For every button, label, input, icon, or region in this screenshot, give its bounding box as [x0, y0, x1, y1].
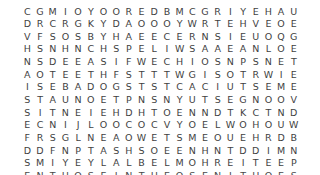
- grid-cell[interactable]: L: [211, 119, 224, 132]
- grid-cell[interactable]: H: [135, 106, 148, 119]
- grid-cell[interactable]: O: [84, 93, 97, 106]
- grid-cell[interactable]: A: [84, 56, 97, 69]
- grid-cell[interactable]: F: [110, 68, 123, 81]
- grid-cell[interactable]: N: [46, 43, 59, 56]
- grid-cell[interactable]: D: [46, 56, 59, 69]
- grid-cell[interactable]: L: [161, 157, 174, 170]
- grid-cell[interactable]: E: [237, 131, 250, 144]
- grid-cell[interactable]: W: [287, 119, 300, 132]
- grid-cell[interactable]: O: [211, 131, 224, 144]
- grid-cell[interactable]: T: [249, 157, 262, 170]
- grid-cell[interactable]: D: [34, 144, 47, 157]
- grid-cell[interactable]: P: [123, 43, 136, 56]
- grid-cell[interactable]: A: [72, 81, 85, 94]
- grid-cell[interactable]: H: [249, 169, 262, 175]
- grid-cell[interactable]: S: [173, 131, 186, 144]
- grid-cell[interactable]: Y: [97, 30, 110, 43]
- grid-cell[interactable]: N: [211, 169, 224, 175]
- grid-cell[interactable]: O: [224, 68, 237, 81]
- grid-cell[interactable]: A: [186, 81, 199, 94]
- grid-cell[interactable]: T: [237, 81, 250, 94]
- grid-cell[interactable]: T: [46, 68, 59, 81]
- grid-cell[interactable]: H: [237, 18, 250, 31]
- grid-cell[interactable]: N: [34, 169, 47, 175]
- grid-cell[interactable]: H: [21, 43, 34, 56]
- grid-cell[interactable]: M: [173, 5, 186, 18]
- grid-cell[interactable]: A: [123, 30, 136, 43]
- grid-cell[interactable]: O: [275, 93, 288, 106]
- grid-cell[interactable]: L: [97, 157, 110, 170]
- grid-cell[interactable]: L: [148, 43, 161, 56]
- grid-cell[interactable]: H: [97, 43, 110, 56]
- grid-cell[interactable]: S: [211, 93, 224, 106]
- grid-cell[interactable]: R: [262, 131, 275, 144]
- grid-cell[interactable]: I: [275, 68, 288, 81]
- grid-cell[interactable]: S: [123, 68, 136, 81]
- grid-cell[interactable]: E: [72, 106, 85, 119]
- grid-cell[interactable]: D: [275, 131, 288, 144]
- grid-cell[interactable]: E: [199, 169, 212, 175]
- grid-cell[interactable]: O: [135, 119, 148, 132]
- grid-cell[interactable]: H: [262, 5, 275, 18]
- grid-cell[interactable]: T: [34, 93, 47, 106]
- grid-cell[interactable]: N: [262, 56, 275, 69]
- grid-cell[interactable]: I: [199, 68, 212, 81]
- grid-cell[interactable]: A: [275, 5, 288, 18]
- grid-cell[interactable]: N: [161, 93, 174, 106]
- grid-cell[interactable]: R: [249, 68, 262, 81]
- grid-cell[interactable]: F: [46, 144, 59, 157]
- grid-cell[interactable]: V: [249, 18, 262, 31]
- grid-cell[interactable]: N: [249, 93, 262, 106]
- grid-cell[interactable]: J: [72, 119, 85, 132]
- grid-cell[interactable]: R: [34, 131, 47, 144]
- grid-cell[interactable]: T: [237, 68, 250, 81]
- grid-cell[interactable]: C: [199, 81, 212, 94]
- grid-cell[interactable]: N: [249, 43, 262, 56]
- grid-cell[interactable]: T: [161, 68, 174, 81]
- grid-cell[interactable]: E: [97, 93, 110, 106]
- grid-cell[interactable]: U: [186, 93, 199, 106]
- grid-cell[interactable]: E: [224, 18, 237, 31]
- grid-cell[interactable]: S: [21, 93, 34, 106]
- grid-cell[interactable]: Y: [97, 18, 110, 31]
- grid-cell[interactable]: O: [199, 56, 212, 69]
- grid-cell[interactable]: H: [59, 169, 72, 175]
- grid-cell[interactable]: C: [21, 5, 34, 18]
- grid-cell[interactable]: N: [186, 144, 199, 157]
- grid-cell[interactable]: B: [84, 30, 97, 43]
- grid-cell[interactable]: C: [84, 43, 97, 56]
- grid-cell[interactable]: O: [161, 106, 174, 119]
- grid-cell[interactable]: D: [287, 106, 300, 119]
- grid-cell[interactable]: P: [287, 157, 300, 170]
- grid-cell[interactable]: V: [161, 119, 174, 132]
- grid-cell[interactable]: E: [161, 144, 174, 157]
- grid-cell[interactable]: E: [59, 68, 72, 81]
- grid-cell[interactable]: N: [199, 30, 212, 43]
- grid-cell[interactable]: E: [46, 81, 59, 94]
- grid-cell[interactable]: S: [46, 131, 59, 144]
- grid-cell[interactable]: V: [287, 93, 300, 106]
- grid-cell[interactable]: T: [262, 106, 275, 119]
- grid-cell[interactable]: E: [148, 131, 161, 144]
- grid-cell[interactable]: C: [249, 106, 262, 119]
- grid-cell[interactable]: O: [97, 119, 110, 132]
- grid-cell[interactable]: N: [275, 106, 288, 119]
- grid-cell[interactable]: G: [287, 30, 300, 43]
- grid-cell[interactable]: R: [211, 5, 224, 18]
- grid-cell[interactable]: S: [21, 157, 34, 170]
- grid-cell[interactable]: S: [34, 81, 47, 94]
- grid-cell[interactable]: A: [110, 131, 123, 144]
- grid-cell[interactable]: F: [123, 56, 136, 69]
- grid-cell[interactable]: T: [199, 93, 212, 106]
- grid-cell[interactable]: K: [237, 106, 250, 119]
- grid-cell[interactable]: S: [287, 169, 300, 175]
- grid-cell[interactable]: Y: [84, 5, 97, 18]
- grid-cell[interactable]: E: [287, 81, 300, 94]
- grid-cell[interactable]: C: [173, 81, 186, 94]
- grid-cell[interactable]: E: [135, 30, 148, 43]
- grid-cell[interactable]: I: [59, 119, 72, 132]
- grid-cell[interactable]: O: [275, 43, 288, 56]
- grid-cell[interactable]: I: [211, 81, 224, 94]
- grid-cell[interactable]: A: [46, 93, 59, 106]
- grid-cell[interactable]: U: [275, 119, 288, 132]
- grid-cell[interactable]: M: [46, 5, 59, 18]
- grid-cell[interactable]: E: [72, 68, 85, 81]
- grid-cell[interactable]: I: [46, 157, 59, 170]
- grid-cell[interactable]: Y: [173, 18, 186, 31]
- grid-cell[interactable]: E: [97, 131, 110, 144]
- grid-cell[interactable]: S: [84, 169, 97, 175]
- grid-cell[interactable]: I: [59, 5, 72, 18]
- grid-cell[interactable]: T: [46, 106, 59, 119]
- grid-cell[interactable]: E: [161, 169, 174, 175]
- grid-cell[interactable]: I: [224, 30, 237, 43]
- grid-cell[interactable]: V: [21, 30, 34, 43]
- grid-cell[interactable]: A: [97, 144, 110, 157]
- grid-cell[interactable]: T: [211, 18, 224, 31]
- grid-cell[interactable]: S: [72, 30, 85, 43]
- grid-cell[interactable]: W: [173, 68, 186, 81]
- grid-cell[interactable]: E: [59, 56, 72, 69]
- grid-cell[interactable]: L: [84, 119, 97, 132]
- grid-cell[interactable]: T: [135, 169, 148, 175]
- grid-cell[interactable]: S: [148, 81, 161, 94]
- grid-cell[interactable]: O: [135, 18, 148, 31]
- grid-cell[interactable]: S: [34, 43, 47, 56]
- grid-cell[interactable]: E: [275, 169, 288, 175]
- grid-cell[interactable]: B: [161, 5, 174, 18]
- grid-cell[interactable]: I: [34, 106, 47, 119]
- grid-cell[interactable]: N: [59, 144, 72, 157]
- grid-cell[interactable]: O: [275, 18, 288, 31]
- grid-cell[interactable]: E: [199, 131, 212, 144]
- grid-cell[interactable]: U: [59, 93, 72, 106]
- grid-cell[interactable]: U: [249, 30, 262, 43]
- grid-cell[interactable]: E: [173, 144, 186, 157]
- grid-cell[interactable]: E: [262, 157, 275, 170]
- grid-cell[interactable]: N: [211, 144, 224, 157]
- grid-cell[interactable]: T: [161, 81, 174, 94]
- grid-cell[interactable]: N: [72, 43, 85, 56]
- grid-cell[interactable]: G: [237, 93, 250, 106]
- grid-cell[interactable]: M: [275, 144, 288, 157]
- grid-cell[interactable]: L: [72, 131, 85, 144]
- grid-cell[interactable]: Q: [275, 30, 288, 43]
- grid-cell[interactable]: I: [237, 157, 250, 170]
- grid-cell[interactable]: S: [186, 43, 199, 56]
- grid-cell[interactable]: S: [249, 56, 262, 69]
- grid-cell[interactable]: E: [148, 157, 161, 170]
- grid-cell[interactable]: W: [135, 131, 148, 144]
- grid-cell[interactable]: H: [199, 157, 212, 170]
- grid-cell[interactable]: N: [59, 106, 72, 119]
- grid-cell[interactable]: O: [110, 119, 123, 132]
- grid-cell[interactable]: E: [21, 169, 34, 175]
- grid-cell[interactable]: E: [97, 169, 110, 175]
- grid-cell[interactable]: E: [237, 30, 250, 43]
- grid-cell[interactable]: F: [34, 30, 47, 43]
- grid-cell[interactable]: N: [224, 56, 237, 69]
- grid-cell[interactable]: E: [173, 30, 186, 43]
- grid-cell[interactable]: E: [262, 81, 275, 94]
- grid-cell[interactable]: D: [211, 106, 224, 119]
- grid-cell[interactable]: A: [211, 43, 224, 56]
- grid-cell[interactable]: I: [161, 43, 174, 56]
- grid-cell[interactable]: S: [97, 56, 110, 69]
- grid-cell[interactable]: E: [275, 157, 288, 170]
- grid-cell[interactable]: S: [211, 68, 224, 81]
- grid-cell[interactable]: O: [186, 119, 199, 132]
- grid-cell[interactable]: E: [287, 18, 300, 31]
- grid-cell[interactable]: O: [34, 68, 47, 81]
- grid-cell[interactable]: S: [135, 144, 148, 157]
- grid-cell[interactable]: P: [72, 144, 85, 157]
- grid-cell[interactable]: E: [249, 5, 262, 18]
- grid-cell[interactable]: D: [21, 18, 34, 31]
- grid-cell[interactable]: T: [224, 106, 237, 119]
- grid-cell[interactable]: H: [110, 106, 123, 119]
- grid-cell[interactable]: L: [123, 157, 136, 170]
- grid-cell[interactable]: O: [237, 119, 250, 132]
- grid-cell[interactable]: N: [84, 131, 97, 144]
- grid-cell[interactable]: D: [249, 144, 262, 157]
- grid-cell[interactable]: E: [199, 119, 212, 132]
- grid-cell[interactable]: Y: [84, 157, 97, 170]
- grid-cell[interactable]: N: [46, 119, 59, 132]
- grid-cell[interactable]: S: [110, 43, 123, 56]
- grid-cell[interactable]: D: [237, 144, 250, 157]
- grid-cell[interactable]: E: [72, 56, 85, 69]
- grid-cell[interactable]: N: [186, 106, 199, 119]
- grid-cell[interactable]: O: [262, 93, 275, 106]
- grid-cell[interactable]: T: [46, 169, 59, 175]
- grid-cell[interactable]: D: [110, 18, 123, 31]
- grid-cell[interactable]: A: [21, 68, 34, 81]
- grid-cell[interactable]: L: [262, 43, 275, 56]
- grid-cell[interactable]: N: [287, 144, 300, 157]
- grid-cell[interactable]: G: [59, 131, 72, 144]
- grid-cell[interactable]: H: [249, 119, 262, 132]
- grid-cell[interactable]: G: [186, 68, 199, 81]
- grid-cell[interactable]: W: [173, 43, 186, 56]
- grid-cell[interactable]: O: [262, 169, 275, 175]
- grid-cell[interactable]: I: [84, 106, 97, 119]
- grid-cell[interactable]: R: [186, 30, 199, 43]
- grid-cell[interactable]: E: [224, 93, 237, 106]
- grid-cell[interactable]: H: [59, 43, 72, 56]
- grid-cell[interactable]: Y: [173, 93, 186, 106]
- grid-cell[interactable]: T: [84, 144, 97, 157]
- grid-cell[interactable]: R: [211, 157, 224, 170]
- grid-cell[interactable]: C: [186, 5, 199, 18]
- grid-cell[interactable]: I: [110, 56, 123, 69]
- grid-cell[interactable]: C: [34, 119, 47, 132]
- grid-cell[interactable]: R: [199, 18, 212, 31]
- grid-cell[interactable]: E: [287, 43, 300, 56]
- grid-cell[interactable]: C: [161, 56, 174, 69]
- grid-cell[interactable]: E: [224, 43, 237, 56]
- grid-cell[interactable]: T: [287, 56, 300, 69]
- grid-cell[interactable]: Y: [173, 119, 186, 132]
- grid-cell[interactable]: S: [34, 56, 47, 69]
- grid-cell[interactable]: N: [21, 56, 34, 69]
- grid-cell[interactable]: R: [59, 18, 72, 31]
- grid-cell[interactable]: E: [262, 18, 275, 31]
- grid-cell[interactable]: H: [199, 144, 212, 157]
- grid-cell[interactable]: I: [224, 5, 237, 18]
- grid-cell[interactable]: M: [173, 157, 186, 170]
- grid-cell[interactable]: A: [123, 18, 136, 31]
- grid-cell[interactable]: G: [34, 5, 47, 18]
- grid-cell[interactable]: D: [21, 144, 34, 157]
- grid-cell[interactable]: T: [84, 68, 97, 81]
- grid-cell[interactable]: H: [148, 169, 161, 175]
- grid-cell[interactable]: E: [135, 5, 148, 18]
- grid-cell[interactable]: C: [148, 119, 161, 132]
- grid-cell[interactable]: D: [148, 5, 161, 18]
- grid-cell[interactable]: M: [186, 131, 199, 144]
- grid-cell[interactable]: K: [84, 18, 97, 31]
- grid-cell[interactable]: I: [186, 56, 199, 69]
- grid-cell[interactable]: O: [72, 169, 85, 175]
- grid-cell[interactable]: B: [59, 81, 72, 94]
- grid-cell[interactable]: R: [34, 18, 47, 31]
- grid-cell[interactable]: E: [224, 157, 237, 170]
- grid-cell[interactable]: T: [237, 169, 250, 175]
- grid-cell[interactable]: S: [186, 169, 199, 175]
- grid-cell[interactable]: O: [148, 144, 161, 157]
- grid-cell[interactable]: B: [135, 157, 148, 170]
- grid-cell[interactable]: E: [275, 56, 288, 69]
- grid-cell[interactable]: H: [97, 68, 110, 81]
- grid-cell[interactable]: C: [46, 18, 59, 31]
- grid-cell[interactable]: S: [249, 81, 262, 94]
- grid-cell[interactable]: I: [262, 144, 275, 157]
- grid-cell[interactable]: S: [211, 30, 224, 43]
- grid-cell[interactable]: N: [199, 106, 212, 119]
- grid-cell[interactable]: E: [148, 56, 161, 69]
- grid-cell[interactable]: O: [148, 18, 161, 31]
- grid-cell[interactable]: H: [123, 144, 136, 157]
- grid-cell[interactable]: M: [34, 157, 47, 170]
- grid-cell[interactable]: G: [110, 81, 123, 94]
- grid-cell[interactable]: F: [21, 131, 34, 144]
- grid-cell[interactable]: R: [123, 5, 136, 18]
- grid-cell[interactable]: E: [173, 106, 186, 119]
- grid-cell[interactable]: I: [224, 169, 237, 175]
- grid-cell[interactable]: E: [287, 68, 300, 81]
- grid-cell[interactable]: E: [97, 106, 110, 119]
- grid-cell[interactable]: U: [224, 81, 237, 94]
- grid-cell[interactable]: T: [135, 68, 148, 81]
- grid-cell[interactable]: W: [135, 56, 148, 69]
- grid-cell[interactable]: N: [135, 93, 148, 106]
- grid-cell[interactable]: O: [173, 169, 186, 175]
- grid-cell[interactable]: S: [148, 93, 161, 106]
- grid-cell[interactable]: C: [123, 119, 136, 132]
- grid-cell[interactable]: O: [97, 81, 110, 94]
- grid-cell[interactable]: C: [161, 30, 174, 43]
- grid-cell[interactable]: S: [123, 81, 136, 94]
- grid-cell[interactable]: U: [287, 5, 300, 18]
- grid-cell[interactable]: T: [148, 68, 161, 81]
- grid-cell[interactable]: O: [161, 18, 174, 31]
- grid-cell[interactable]: O: [97, 5, 110, 18]
- grid-cell[interactable]: A: [110, 157, 123, 170]
- grid-cell[interactable]: A: [237, 43, 250, 56]
- grid-cell[interactable]: W: [224, 119, 237, 132]
- grid-cell[interactable]: W: [186, 18, 199, 31]
- grid-cell[interactable]: I: [110, 169, 123, 175]
- grid-cell[interactable]: H: [110, 30, 123, 43]
- grid-cell[interactable]: E: [72, 157, 85, 170]
- grid-cell[interactable]: E: [21, 119, 34, 132]
- grid-cell[interactable]: H: [249, 131, 262, 144]
- grid-cell[interactable]: O: [186, 157, 199, 170]
- grid-cell[interactable]: Y: [59, 157, 72, 170]
- grid-cell[interactable]: S: [21, 106, 34, 119]
- grid-cell[interactable]: G: [72, 18, 85, 31]
- grid-cell[interactable]: O: [110, 5, 123, 18]
- grid-cell[interactable]: T: [161, 131, 174, 144]
- grid-cell[interactable]: A: [199, 43, 212, 56]
- grid-cell[interactable]: T: [135, 81, 148, 94]
- grid-cell[interactable]: D: [84, 81, 97, 94]
- grid-cell[interactable]: B: [287, 131, 300, 144]
- grid-cell[interactable]: W: [262, 68, 275, 81]
- grid-cell[interactable]: O: [59, 30, 72, 43]
- grid-cell[interactable]: S: [211, 56, 224, 69]
- grid-cell[interactable]: M: [275, 81, 288, 94]
- grid-cell[interactable]: G: [199, 5, 212, 18]
- grid-cell[interactable]: H: [173, 56, 186, 69]
- grid-cell[interactable]: O: [262, 30, 275, 43]
- grid-cell[interactable]: S: [110, 144, 123, 157]
- grid-cell[interactable]: S: [46, 30, 59, 43]
- grid-cell[interactable]: I: [21, 81, 34, 94]
- grid-cell[interactable]: O: [123, 131, 136, 144]
- grid-cell[interactable]: Y: [237, 5, 250, 18]
- grid-cell[interactable]: N: [72, 93, 85, 106]
- grid-cell[interactable]: O: [72, 5, 85, 18]
- grid-cell[interactable]: E: [135, 43, 148, 56]
- grid-cell[interactable]: D: [123, 106, 136, 119]
- grid-cell[interactable]: T: [110, 93, 123, 106]
